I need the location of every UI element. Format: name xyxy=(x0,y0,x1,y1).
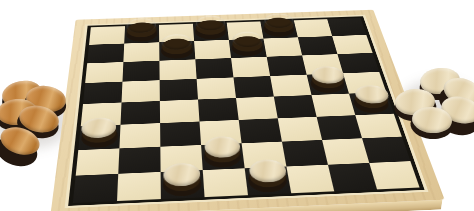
square-r7c0[interactable] xyxy=(73,174,118,203)
square-r5c4[interactable] xyxy=(239,118,282,143)
checker-tan-r0c5[interactable] xyxy=(263,22,295,38)
checker-cream-r5c0[interactable] xyxy=(82,127,118,149)
square-r5c2[interactable] xyxy=(160,122,201,147)
square-r0c7[interactable] xyxy=(327,18,366,36)
checker-tan-r1c4[interactable] xyxy=(232,40,264,57)
square-r5c1[interactable] xyxy=(119,123,160,148)
pile-checker-cream-5[interactable] xyxy=(411,105,453,135)
square-r4c1[interactable] xyxy=(120,101,160,125)
checker-cream-r3c6[interactable] xyxy=(310,75,346,94)
checker-tan-r1c2[interactable] xyxy=(162,42,193,59)
square-r4c3[interactable] xyxy=(198,98,239,122)
square-r0c6[interactable] xyxy=(294,19,332,37)
square-r7c1[interactable] xyxy=(117,172,161,201)
checker-tan-r0c3[interactable] xyxy=(196,24,227,40)
square-r7c3[interactable] xyxy=(203,168,248,197)
checker-cream-r4c7[interactable] xyxy=(352,94,390,114)
square-r1c7[interactable] xyxy=(332,35,372,54)
checker-cream-r7c4[interactable] xyxy=(248,169,288,193)
checker-tan-r0c1[interactable] xyxy=(127,26,157,42)
square-r2c7[interactable] xyxy=(337,53,379,73)
square-r0c0[interactable] xyxy=(89,26,125,45)
square-r5c6[interactable] xyxy=(317,115,362,140)
checkers-board xyxy=(50,10,445,211)
square-r7c5[interactable] xyxy=(286,165,334,193)
square-r1c3[interactable] xyxy=(194,40,231,60)
checker-cream-r7c2[interactable] xyxy=(164,172,201,197)
square-r3c0[interactable] xyxy=(83,82,122,104)
scene-background xyxy=(0,0,474,211)
square-r2c4[interactable] xyxy=(231,57,270,78)
square-r5c5[interactable] xyxy=(278,117,322,142)
square-r6c6[interactable] xyxy=(322,138,369,164)
square-r5c7[interactable] xyxy=(355,114,402,139)
square-r2c5[interactable] xyxy=(267,55,307,76)
square-r3c5[interactable] xyxy=(270,75,311,97)
square-r1c0[interactable] xyxy=(87,44,124,64)
square-r3c3[interactable] xyxy=(197,77,236,99)
square-r7c7[interactable] xyxy=(369,161,419,189)
square-r4c4[interactable] xyxy=(236,97,278,120)
